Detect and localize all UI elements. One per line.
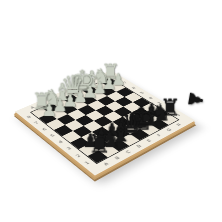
board-squares: ♜♞♝♛♚♝♞♜♟♟♟♟♟♟♟♟♟♟♟♟♟♟♟♜♞♝♛♚♝♞♜ xyxy=(30,77,179,164)
piece-glyph: ♜ xyxy=(81,132,116,157)
piece-glyph: ♟ xyxy=(32,102,64,119)
product-photo-stage: ABCDEFGH ABCDEFGH 87654321 87654321 ♜♞♝♛… xyxy=(0,0,222,222)
chess-board: ABCDEFGH ABCDEFGH 87654321 87654321 ♜♞♝♛… xyxy=(15,70,195,175)
off-board-black-pawn: ♟ xyxy=(185,89,207,109)
